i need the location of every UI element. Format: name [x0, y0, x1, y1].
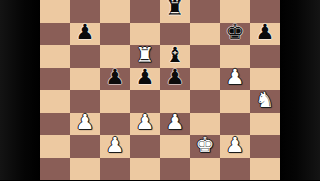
square-d2: [130, 135, 160, 158]
square-b4: [70, 90, 100, 113]
letterbox-right: [280, 0, 320, 180]
square-d5: ♟: [130, 68, 160, 91]
square-d1: [130, 158, 160, 181]
square-f2: ♚: [190, 135, 220, 158]
square-d7: [130, 23, 160, 46]
video-frame: ♜♟♚♟♜♝♟♟♟♟♞♟♟♟♟♚♟: [0, 0, 320, 180]
black-bishop-icon: ♝: [166, 45, 185, 66]
square-g4: [220, 90, 250, 113]
white-pawn-icon: ♟: [226, 135, 245, 156]
black-pawn-icon: ♟: [106, 67, 125, 88]
square-f7: [190, 23, 220, 46]
square-e6: ♝: [160, 45, 190, 68]
white-pawn-icon: ♟: [76, 112, 95, 133]
square-c2: ♟: [100, 135, 130, 158]
black-rook-icon: ♜: [166, 0, 185, 19]
square-a6: [40, 45, 70, 68]
black-pawn-icon: ♟: [136, 67, 155, 88]
square-c8: [100, 0, 130, 23]
square-g7: ♚: [220, 23, 250, 46]
square-c4: [100, 90, 130, 113]
black-pawn-icon: ♟: [166, 67, 185, 88]
square-g3: [220, 113, 250, 136]
square-f6: [190, 45, 220, 68]
square-d6: ♜: [130, 45, 160, 68]
square-d8: [130, 0, 160, 23]
black-pawn-icon: ♟: [256, 22, 275, 43]
square-b2: [70, 135, 100, 158]
square-h6: [250, 45, 280, 68]
chess-board: ♜♟♚♟♜♝♟♟♟♟♞♟♟♟♟♚♟: [40, 0, 280, 180]
square-a5: [40, 68, 70, 91]
square-c3: [100, 113, 130, 136]
square-c5: ♟: [100, 68, 130, 91]
square-g2: ♟: [220, 135, 250, 158]
square-a1: [40, 158, 70, 181]
white-pawn-icon: ♟: [136, 112, 155, 133]
square-d4: [130, 90, 160, 113]
square-c1: [100, 158, 130, 181]
square-a2: [40, 135, 70, 158]
square-h3: [250, 113, 280, 136]
square-g1: [220, 158, 250, 181]
square-a4: [40, 90, 70, 113]
square-d3: ♟: [130, 113, 160, 136]
white-pawn-icon: ♟: [106, 135, 125, 156]
white-pawn-icon: ♟: [166, 112, 185, 133]
square-a3: [40, 113, 70, 136]
white-pawn-icon: ♟: [226, 67, 245, 88]
square-h5: [250, 68, 280, 91]
white-rook-icon: ♜: [136, 45, 155, 66]
square-b7: ♟: [70, 23, 100, 46]
square-g6: [220, 45, 250, 68]
letterbox-left: [0, 0, 40, 180]
square-c6: [100, 45, 130, 68]
square-e4: [160, 90, 190, 113]
square-b5: [70, 68, 100, 91]
square-b3: ♟: [70, 113, 100, 136]
square-e3: ♟: [160, 113, 190, 136]
black-pawn-icon: ♟: [76, 22, 95, 43]
square-b1: [70, 158, 100, 181]
square-h7: ♟: [250, 23, 280, 46]
square-c7: [100, 23, 130, 46]
square-a7: [40, 23, 70, 46]
square-e5: ♟: [160, 68, 190, 91]
square-e7: [160, 23, 190, 46]
square-g8: [220, 0, 250, 23]
square-b6: [70, 45, 100, 68]
square-f4: [190, 90, 220, 113]
square-h8: [250, 0, 280, 23]
square-a8: [40, 0, 70, 23]
square-f1: [190, 158, 220, 181]
white-knight-icon: ♞: [256, 90, 275, 111]
square-g5: ♟: [220, 68, 250, 91]
square-h4: ♞: [250, 90, 280, 113]
square-f3: [190, 113, 220, 136]
square-b8: [70, 0, 100, 23]
square-h2: [250, 135, 280, 158]
square-h1: [250, 158, 280, 181]
white-king-icon: ♚: [196, 135, 215, 156]
square-e1: [160, 158, 190, 181]
black-king-icon: ♚: [226, 22, 245, 43]
square-f5: [190, 68, 220, 91]
square-e8: ♜: [160, 0, 190, 23]
square-f8: [190, 0, 220, 23]
square-e2: [160, 135, 190, 158]
